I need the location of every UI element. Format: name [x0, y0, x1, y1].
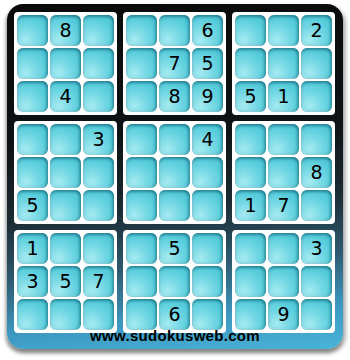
cell-r9c6[interactable]	[192, 299, 223, 330]
cell-r1c8[interactable]	[268, 15, 299, 46]
cell-r8c2[interactable]: 5	[50, 266, 81, 297]
cell-r9c2[interactable]	[50, 299, 81, 330]
cell-r4c1[interactable]	[17, 124, 48, 155]
cell-r2c7[interactable]	[235, 48, 266, 79]
cell-r1c2[interactable]: 8	[50, 15, 81, 46]
cell-r1c5[interactable]	[159, 15, 190, 46]
cell-r8c7[interactable]	[235, 266, 266, 297]
cell-r8c5[interactable]	[159, 266, 190, 297]
cell-r7c9[interactable]: 3	[301, 233, 332, 264]
cell-r2c9[interactable]	[301, 48, 332, 79]
cell-r8c3[interactable]: 7	[83, 266, 114, 297]
cell-r5c6[interactable]	[192, 157, 223, 188]
cell-r6c4[interactable]	[126, 190, 157, 221]
cell-r2c3[interactable]	[83, 48, 114, 79]
cell-r5c2[interactable]	[50, 157, 81, 188]
cell-r6c2[interactable]	[50, 190, 81, 221]
cell-r8c8[interactable]	[268, 266, 299, 297]
sudoku-frame: 846758925135481713575639 www.sudokusweb.…	[7, 4, 343, 349]
sudoku-box-0-1: 67589	[123, 12, 226, 115]
cell-r2c8[interactable]	[268, 48, 299, 79]
cell-r9c9[interactable]	[301, 299, 332, 330]
cell-r9c7[interactable]	[235, 299, 266, 330]
sudoku-box-2-2: 39	[232, 230, 335, 333]
cell-r4c4[interactable]	[126, 124, 157, 155]
cell-r3c9[interactable]	[301, 81, 332, 112]
cell-r3c7[interactable]: 5	[235, 81, 266, 112]
cell-r3c3[interactable]	[83, 81, 114, 112]
cell-r4c8[interactable]	[268, 124, 299, 155]
cell-r9c8[interactable]: 9	[268, 299, 299, 330]
sudoku-box-2-1: 56	[123, 230, 226, 333]
cell-r4c5[interactable]	[159, 124, 190, 155]
cell-r4c2[interactable]	[50, 124, 81, 155]
sudoku-box-1-0: 35	[14, 121, 117, 224]
sudoku-box-2-0: 1357	[14, 230, 117, 333]
sudoku-box-1-2: 817	[232, 121, 335, 224]
sudoku-box-0-2: 251	[232, 12, 335, 115]
cell-r9c3[interactable]	[83, 299, 114, 330]
cell-r7c5[interactable]: 5	[159, 233, 190, 264]
cell-r5c4[interactable]	[126, 157, 157, 188]
cell-r3c6[interactable]: 9	[192, 81, 223, 112]
cell-r6c1[interactable]: 5	[17, 190, 48, 221]
cell-r9c5[interactable]: 6	[159, 299, 190, 330]
cell-r5c3[interactable]	[83, 157, 114, 188]
cell-r3c2[interactable]: 4	[50, 81, 81, 112]
cell-r5c7[interactable]	[235, 157, 266, 188]
cell-r6c3[interactable]	[83, 190, 114, 221]
cell-r7c2[interactable]	[50, 233, 81, 264]
cell-r5c5[interactable]	[159, 157, 190, 188]
sudokusweb-link[interactable]: www.sudokusweb.com	[7, 327, 343, 344]
sudoku-box-1-1: 4	[123, 121, 226, 224]
cell-r8c6[interactable]	[192, 266, 223, 297]
cell-r9c4[interactable]	[126, 299, 157, 330]
cell-r3c1[interactable]	[17, 81, 48, 112]
cell-r2c2[interactable]	[50, 48, 81, 79]
cell-r1c9[interactable]: 2	[301, 15, 332, 46]
cell-r2c1[interactable]	[17, 48, 48, 79]
cell-r7c1[interactable]: 1	[17, 233, 48, 264]
sudoku-box-0-0: 84	[14, 12, 117, 115]
cell-r1c7[interactable]	[235, 15, 266, 46]
cell-r6c7[interactable]: 1	[235, 190, 266, 221]
cell-r6c6[interactable]	[192, 190, 223, 221]
cell-r5c9[interactable]: 8	[301, 157, 332, 188]
cell-r6c5[interactable]	[159, 190, 190, 221]
cell-r2c4[interactable]	[126, 48, 157, 79]
cell-r7c4[interactable]	[126, 233, 157, 264]
cell-r1c3[interactable]	[83, 15, 114, 46]
cell-r2c5[interactable]: 7	[159, 48, 190, 79]
cell-r8c4[interactable]	[126, 266, 157, 297]
cell-r4c7[interactable]	[235, 124, 266, 155]
sudoku-board: 846758925135481713575639	[14, 12, 335, 333]
cell-r6c9[interactable]	[301, 190, 332, 221]
cell-r4c3[interactable]: 3	[83, 124, 114, 155]
cell-r7c3[interactable]	[83, 233, 114, 264]
cell-r4c6[interactable]: 4	[192, 124, 223, 155]
cell-r5c1[interactable]	[17, 157, 48, 188]
cell-r2c6[interactable]: 5	[192, 48, 223, 79]
cell-r1c6[interactable]: 6	[192, 15, 223, 46]
cell-r4c9[interactable]	[301, 124, 332, 155]
cell-r7c6[interactable]	[192, 233, 223, 264]
cell-r6c8[interactable]: 7	[268, 190, 299, 221]
cell-r1c4[interactable]	[126, 15, 157, 46]
cell-r7c7[interactable]	[235, 233, 266, 264]
cell-r9c1[interactable]	[17, 299, 48, 330]
cell-r5c8[interactable]	[268, 157, 299, 188]
cell-r3c8[interactable]: 1	[268, 81, 299, 112]
cell-r3c5[interactable]: 8	[159, 81, 190, 112]
cell-r8c1[interactable]: 3	[17, 266, 48, 297]
cell-r8c9[interactable]	[301, 266, 332, 297]
cell-r3c4[interactable]	[126, 81, 157, 112]
cell-r7c8[interactable]	[268, 233, 299, 264]
cell-r1c1[interactable]	[17, 15, 48, 46]
